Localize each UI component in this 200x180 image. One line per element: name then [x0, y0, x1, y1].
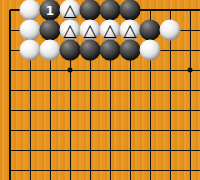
intersection-8-1[interactable]	[140, 0, 160, 20]
intersection-4-7[interactable]	[60, 120, 80, 140]
intersection-1-3[interactable]	[0, 40, 20, 60]
intersection-2-1	[20, 0, 40, 20]
white-stone	[20, 0, 41, 21]
intersection-4-1: △	[60, 0, 80, 20]
intersection-4-2: △	[60, 20, 80, 40]
intersection-1-9[interactable]	[0, 160, 20, 180]
intersection-9-8[interactable]	[160, 140, 180, 160]
intersection-7-5[interactable]	[120, 80, 140, 100]
intersection-2-5[interactable]	[20, 80, 40, 100]
white-stone	[20, 40, 41, 61]
intersection-1-7[interactable]	[0, 120, 20, 140]
intersection-5-1	[80, 0, 100, 20]
black-stone	[140, 20, 161, 41]
intersection-7-6[interactable]	[120, 100, 140, 120]
black-stone	[60, 40, 81, 61]
intersection-10-2[interactable]	[180, 20, 200, 40]
intersection-5-2: △	[80, 20, 100, 40]
black-stone	[120, 0, 141, 21]
intersection-6-5[interactable]	[100, 80, 120, 100]
intersection-5-8[interactable]	[80, 140, 100, 160]
triangle-mark: △	[63, 21, 76, 38]
intersection-4-4[interactable]	[60, 60, 80, 80]
intersection-3-6[interactable]	[40, 100, 60, 120]
intersection-10-3[interactable]	[180, 40, 200, 60]
intersection-3-4[interactable]	[40, 60, 60, 80]
intersection-9-4[interactable]	[160, 60, 180, 80]
white-stone: △	[60, 0, 81, 21]
intersection-1-1[interactable]	[0, 0, 20, 20]
intersection-6-4[interactable]	[100, 60, 120, 80]
intersection-10-7[interactable]	[180, 120, 200, 140]
intersection-7-1	[120, 0, 140, 20]
intersection-1-6[interactable]	[0, 100, 20, 120]
intersection-10-6[interactable]	[180, 100, 200, 120]
intersection-2-4[interactable]	[20, 60, 40, 80]
intersection-1-5[interactable]	[0, 80, 20, 100]
intersection-8-3	[140, 40, 160, 60]
intersection-8-7[interactable]	[140, 120, 160, 140]
intersection-1-2[interactable]	[0, 20, 20, 40]
intersection-3-5[interactable]	[40, 80, 60, 100]
intersection-10-4[interactable]	[180, 60, 200, 80]
intersection-2-3	[20, 40, 40, 60]
intersection-3-7[interactable]	[40, 120, 60, 140]
intersection-6-2: △	[100, 20, 120, 40]
intersection-10-1[interactable]	[180, 0, 200, 20]
black-stone	[40, 20, 61, 41]
intersection-4-3	[60, 40, 80, 60]
intersection-8-6[interactable]	[140, 100, 160, 120]
intersection-3-9[interactable]	[40, 160, 60, 180]
triangle-mark: △	[63, 1, 76, 18]
intersection-2-2	[20, 20, 40, 40]
intersection-10-5[interactable]	[180, 80, 200, 100]
intersection-3-2	[40, 20, 60, 40]
intersection-1-8[interactable]	[0, 140, 20, 160]
intersection-10-9[interactable]	[180, 160, 200, 180]
intersection-2-6[interactable]	[20, 100, 40, 120]
intersection-9-2	[160, 20, 180, 40]
black-stone	[80, 40, 101, 61]
intersection-8-9[interactable]	[140, 160, 160, 180]
intersection-9-7[interactable]	[160, 120, 180, 140]
star-point	[68, 68, 73, 73]
intersection-2-7[interactable]	[20, 120, 40, 140]
intersection-5-7[interactable]	[80, 120, 100, 140]
intersection-8-2	[140, 20, 160, 40]
intersection-6-8[interactable]	[100, 140, 120, 160]
black-stone	[100, 40, 121, 61]
intersection-2-9[interactable]	[20, 160, 40, 180]
intersection-1-4[interactable]	[0, 60, 20, 80]
intersection-3-1: 1	[40, 0, 60, 20]
intersection-6-9[interactable]	[100, 160, 120, 180]
intersection-4-9[interactable]	[60, 160, 80, 180]
white-stone	[140, 40, 161, 61]
black-stone	[120, 40, 141, 61]
intersection-5-4[interactable]	[80, 60, 100, 80]
intersection-9-6[interactable]	[160, 100, 180, 120]
move-number-label: 1	[46, 4, 54, 16]
intersection-4-8[interactable]	[60, 140, 80, 160]
white-stone	[20, 20, 41, 41]
intersection-3-3	[40, 40, 60, 60]
intersection-8-8[interactable]	[140, 140, 160, 160]
white-stone: △	[60, 20, 81, 41]
triangle-mark: △	[83, 21, 96, 38]
intersection-8-4[interactable]	[140, 60, 160, 80]
intersection-9-3[interactable]	[160, 40, 180, 60]
intersection-10-8[interactable]	[180, 140, 200, 160]
white-stone: △	[100, 20, 121, 41]
intersection-3-8[interactable]	[40, 140, 60, 160]
triangle-mark: △	[123, 21, 136, 38]
intersection-6-6[interactable]	[100, 100, 120, 120]
intersection-9-5[interactable]	[160, 80, 180, 100]
intersection-7-8[interactable]	[120, 140, 140, 160]
star-point	[188, 68, 193, 73]
intersection-4-5[interactable]	[60, 80, 80, 100]
intersection-2-8[interactable]	[20, 140, 40, 160]
intersection-5-6[interactable]	[80, 100, 100, 120]
black-stone	[100, 0, 121, 21]
intersection-7-4[interactable]	[120, 60, 140, 80]
intersection-7-3	[120, 40, 140, 60]
intersection-8-5[interactable]	[140, 80, 160, 100]
white-stone	[160, 20, 181, 41]
intersection-6-3	[100, 40, 120, 60]
white-stone: △	[80, 20, 101, 41]
intersection-9-1[interactable]	[160, 0, 180, 20]
white-stone: △	[120, 20, 141, 41]
intersection-9-9[interactable]	[160, 160, 180, 180]
black-stone: 1	[40, 0, 61, 21]
intersection-7-2: △	[120, 20, 140, 40]
black-stone	[80, 0, 101, 21]
intersection-5-3	[80, 40, 100, 60]
triangle-mark: △	[103, 21, 116, 38]
intersection-7-9[interactable]	[120, 160, 140, 180]
intersection-5-5[interactable]	[80, 80, 100, 100]
intersection-6-1	[100, 0, 120, 20]
intersection-5-9[interactable]	[80, 160, 100, 180]
white-stone	[40, 40, 61, 61]
go-board: 1△△△△△	[0, 0, 200, 180]
intersection-7-7[interactable]	[120, 120, 140, 140]
intersection-6-7[interactable]	[100, 120, 120, 140]
intersection-4-6[interactable]	[60, 100, 80, 120]
